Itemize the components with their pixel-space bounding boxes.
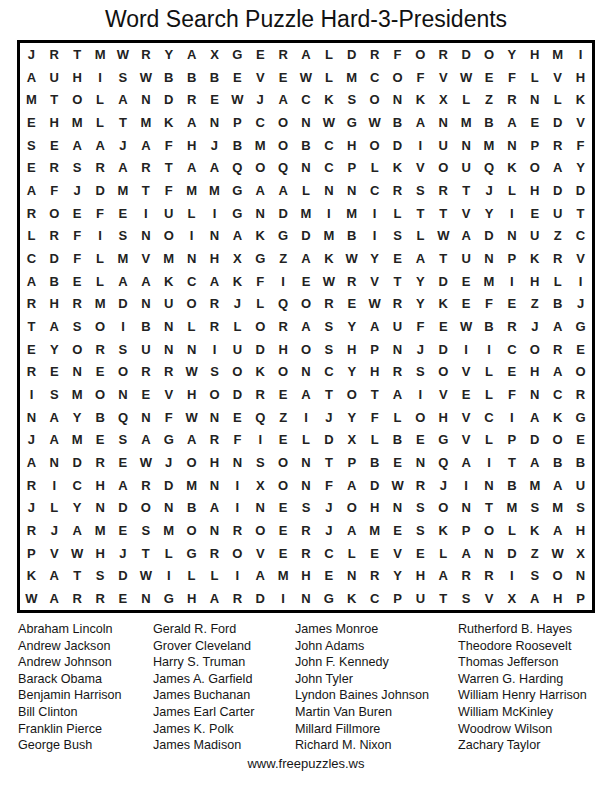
grid-cell-r10c1: C (20, 247, 43, 270)
grid-cell-r7c15: N (340, 179, 363, 202)
grid-cell-r21c22: M (500, 497, 523, 520)
grid-cell-r3c12: A (272, 88, 295, 111)
grid-cell-r14c21: I (478, 338, 501, 361)
grid-cell-r20c11: X (249, 474, 272, 497)
grid-cell-r2c8: B (180, 66, 203, 89)
grid-cell-r11c23: H (523, 270, 546, 293)
grid-cell-r15c25: O (569, 361, 592, 384)
grid-cell-r7c5: M (112, 179, 135, 202)
grid-cell-r3c8: R (180, 88, 203, 111)
word-list-item: John Adams (295, 638, 429, 655)
grid-cell-r1c9: X (203, 43, 226, 66)
grid-cell-r11c20: E (455, 270, 478, 293)
grid-cell-r6c24: A (546, 156, 569, 179)
grid-cell-r8c13: M (295, 202, 318, 225)
grid-cell-r15c16: H (363, 361, 386, 384)
grid-cell-r25c19: T (432, 587, 455, 610)
grid-cell-r20c13: N (295, 474, 318, 497)
grid-cell-r25c9: A (203, 587, 226, 610)
grid-cell-r7c6: T (134, 179, 157, 202)
grid-cell-r19c1: A (20, 451, 43, 474)
grid-cell-r13c18: F (409, 315, 432, 338)
grid-cell-r22c5: E (112, 519, 135, 542)
grid-cell-r7c22: L (500, 179, 523, 202)
word-list-item: James A. Garfield (153, 671, 254, 688)
grid-cell-r8c6: I (134, 202, 157, 225)
grid-cell-r1c7: Y (157, 43, 180, 66)
grid-cell-r20c12: O (272, 474, 295, 497)
grid-cell-r13c13: A (295, 315, 318, 338)
grid-cell-r8c12: D (272, 202, 295, 225)
grid-cell-r8c9: I (203, 202, 226, 225)
grid-cell-r10c14: K (317, 247, 340, 270)
grid-cell-r24c10: I (226, 565, 249, 588)
grid-cell-r5c23: P (523, 134, 546, 157)
grid-cell-r18c6: A (134, 429, 157, 452)
grid-cell-r7c2: F (43, 179, 66, 202)
grid-cell-r24c9: L (203, 565, 226, 588)
grid-cell-r1c19: R (432, 43, 455, 66)
grid-cell-r5c4: A (89, 134, 112, 157)
grid-cell-r5c12: O (272, 134, 295, 157)
grid-cell-r21c14: J (317, 497, 340, 520)
grid-cell-r4c21: B (478, 111, 501, 134)
grid-cell-r17c20: V (455, 406, 478, 429)
grid-cell-r25c21: V (478, 587, 501, 610)
grid-cell-r4c8: A (180, 111, 203, 134)
grid-cell-r15c7: R (157, 361, 180, 384)
grid-cell-r22c19: K (432, 519, 455, 542)
grid-cell-r14c1: E (20, 338, 43, 361)
grid-cell-r25c5: E (112, 587, 135, 610)
grid-cell-r4c12: O (272, 111, 295, 134)
grid-cell-r19c14: T (317, 451, 340, 474)
grid-cell-r1c17: F (386, 43, 409, 66)
grid-cell-r4c6: M (134, 111, 157, 134)
grid-cell-r18c11: I (249, 429, 272, 452)
grid-cell-r22c21: O (478, 519, 501, 542)
word-list-item: Harry S. Truman (153, 654, 254, 671)
grid-cell-r1c16: R (363, 43, 386, 66)
grid-cell-r20c23: M (523, 474, 546, 497)
grid-cell-r4c7: K (157, 111, 180, 134)
grid-cell-r8c7: U (157, 202, 180, 225)
grid-cell-r3c24: L (546, 88, 569, 111)
grid-cell-r25c22: X (500, 587, 523, 610)
grid-cell-r24c24: O (546, 565, 569, 588)
grid-cell-r14c25: E (569, 338, 592, 361)
grid-cell-r16c22: F (500, 383, 523, 406)
grid-cell-r7c25: D (569, 179, 592, 202)
grid-cell-r12c5: D (112, 292, 135, 315)
grid-cell-r22c20: P (455, 519, 478, 542)
grid-cell-r8c16: I (363, 202, 386, 225)
grid-cell-r8c1: R (20, 202, 43, 225)
word-list-item: Bill Clinton (18, 704, 122, 721)
grid-cell-r18c5: S (112, 429, 135, 452)
word-list-item: Rutherford B. Hayes (458, 621, 587, 638)
grid-cell-r21c15: O (340, 497, 363, 520)
word-list: Abraham LincolnAndrew JacksonAndrew John… (0, 621, 612, 756)
grid-cell-r6c1: E (20, 156, 43, 179)
grid-cell-r17c18: O (409, 406, 432, 429)
grid-cell-r12c19: K (432, 292, 455, 315)
grid-cell-r8c10: G (226, 202, 249, 225)
grid-cell-r16c14: T (317, 383, 340, 406)
grid-cell-r22c6: S (134, 519, 157, 542)
grid-cell-r5c13: B (295, 134, 318, 157)
grid-cell-r9c5: S (112, 224, 135, 247)
grid-cell-r23c14: C (317, 542, 340, 565)
grid-cell-r3c25: K (569, 88, 592, 111)
grid-cell-r2c14: L (317, 66, 340, 89)
grid-cell-r15c9: S (203, 361, 226, 384)
grid-cell-r2c13: W (295, 66, 318, 89)
word-list-item: James K. Polk (153, 721, 254, 738)
grid-cell-r3c18: K (409, 88, 432, 111)
grid-cell-r21c8: B (180, 497, 203, 520)
grid-cell-r24c14: E (317, 565, 340, 588)
grid-cell-r20c21: N (478, 474, 501, 497)
grid-cell-r11c22: I (500, 270, 523, 293)
grid-cell-r19c20: A (455, 451, 478, 474)
grid-cell-r22c14: J (317, 519, 340, 542)
grid-cell-r9c23: U (523, 224, 546, 247)
grid-cell-r1c6: R (134, 43, 157, 66)
grid-cell-r14c9: I (203, 338, 226, 361)
grid-cell-r10c9: H (203, 247, 226, 270)
puzzle-page: Word Search Puzzle Hard-3-Presidents JRT… (0, 0, 612, 792)
grid-cell-r24c21: R (478, 565, 501, 588)
grid-cell-r21c11: N (249, 497, 272, 520)
grid-cell-r19c23: A (523, 451, 546, 474)
grid-cell-r19c5: E (112, 451, 135, 474)
grid-cell-r19c25: B (569, 451, 592, 474)
grid-cell-r22c3: A (66, 519, 89, 542)
grid-cell-r22c23: K (523, 519, 546, 542)
grid-cell-r13c6: B (134, 315, 157, 338)
grid-cell-r16c19: V (432, 383, 455, 406)
grid-cell-r5c24: R (546, 134, 569, 157)
grid-cell-r7c1: A (20, 179, 43, 202)
grid-cell-r16c8: H (180, 383, 203, 406)
grid-cell-r7c20: T (455, 179, 478, 202)
grid-cell-r7c21: J (478, 179, 501, 202)
grid-cell-r24c1: K (20, 565, 43, 588)
grid-cell-r23c11: V (249, 542, 272, 565)
grid-cell-r7c10: G (226, 179, 249, 202)
grid-cell-r19c21: I (478, 451, 501, 474)
grid-cell-r2c25: H (569, 66, 592, 89)
grid-cell-r13c20: W (455, 315, 478, 338)
grid-cell-r3c14: K (317, 88, 340, 111)
grid-cell-r23c15: L (340, 542, 363, 565)
grid-cell-r5c21: M (478, 134, 501, 157)
grid-cell-r8c21: Y (478, 202, 501, 225)
grid-cell-r22c15: A (340, 519, 363, 542)
grid-cell-r1c11: E (249, 43, 272, 66)
grid-cell-r22c24: A (546, 519, 569, 542)
grid-cell-r17c12: Z (272, 406, 295, 429)
word-list-item: Gerald R. Ford (153, 621, 254, 638)
grid-cell-r11c9: A (203, 270, 226, 293)
grid-cell-r23c19: L (432, 542, 455, 565)
grid-cell-r19c9: H (203, 451, 226, 474)
grid-cell-r24c12: M (272, 565, 295, 588)
word-list-item: William McKinley (458, 704, 587, 721)
grid-cell-r16c5: N (112, 383, 135, 406)
grid-cell-r12c12: Q (272, 292, 295, 315)
grid-cell-r20c8: M (180, 474, 203, 497)
grid-cell-r18c24: O (546, 429, 569, 452)
grid-cell-r10c12: Z (272, 247, 295, 270)
grid-cell-r14c6: U (134, 338, 157, 361)
grid-cell-r2c21: E (478, 66, 501, 89)
grid-cell-r17c9: N (203, 406, 226, 429)
grid-cell-r14c12: H (272, 338, 295, 361)
grid-cell-r11c12: I (272, 270, 295, 293)
grid-cell-r10c8: N (180, 247, 203, 270)
grid-cell-r7c18: S (409, 179, 432, 202)
grid-cell-r25c18: U (409, 587, 432, 610)
grid-cell-r9c2: R (43, 224, 66, 247)
grid-cell-r19c11: S (249, 451, 272, 474)
grid-cell-r6c8: A (180, 156, 203, 179)
grid-cell-r15c5: O (112, 361, 135, 384)
grid-cell-r18c9: R (203, 429, 226, 452)
grid-cell-r4c19: N (432, 111, 455, 134)
grid-cell-r17c5: Q (112, 406, 135, 429)
grid-cell-r21c13: S (295, 497, 318, 520)
word-list-item: William Henry Harrison (458, 687, 587, 704)
grid-cell-r22c7: M (157, 519, 180, 542)
grid-cell-r20c19: J (432, 474, 455, 497)
grid-cell-r7c19: R (432, 179, 455, 202)
grid-cell-r9c11: K (249, 224, 272, 247)
grid-cell-r23c10: O (226, 542, 249, 565)
grid-cell-r16c18: I (409, 383, 432, 406)
grid-cell-r14c7: N (157, 338, 180, 361)
grid-cell-r3c20: L (455, 88, 478, 111)
grid-cell-r6c25: Y (569, 156, 592, 179)
grid-cell-r17c16: F (363, 406, 386, 429)
grid-cell-r5c20: N (455, 134, 478, 157)
grid-cell-r4c24: D (546, 111, 569, 134)
grid-cell-r19c19: Q (432, 451, 455, 474)
grid-cell-r17c11: Q (249, 406, 272, 429)
grid-cell-r18c23: D (523, 429, 546, 452)
grid-cell-r24c16: R (363, 565, 386, 588)
grid-cell-r14c10: U (226, 338, 249, 361)
grid-cell-r4c25: V (569, 111, 592, 134)
grid-cell-r12c23: Z (523, 292, 546, 315)
grid-cell-r1c1: J (20, 43, 43, 66)
word-list-item: Zachary Taylor (458, 737, 587, 754)
grid-cell-r21c24: M (546, 497, 569, 520)
grid-cell-r22c16: M (363, 519, 386, 542)
grid-cell-r18c20: V (455, 429, 478, 452)
grid-cell-r18c21: L (478, 429, 501, 452)
grid-cell-r14c2: Y (43, 338, 66, 361)
grid-cell-r15c18: S (409, 361, 432, 384)
grid-cell-r24c20: R (455, 565, 478, 588)
grid-cell-r16c1: I (20, 383, 43, 406)
grid-cell-r3c21: Z (478, 88, 501, 111)
grid-cell-r8c17: L (386, 202, 409, 225)
grid-cell-r11c5: A (112, 270, 135, 293)
grid-cell-r18c19: G (432, 429, 455, 452)
grid-cell-r25c17: P (386, 587, 409, 610)
grid-cell-r10c16: Y (363, 247, 386, 270)
grid-cell-r1c13: A (295, 43, 318, 66)
grid-cell-r8c8: L (180, 202, 203, 225)
word-list-column-1: Abraham LincolnAndrew JacksonAndrew John… (18, 621, 122, 754)
grid-cell-r21c16: H (363, 497, 386, 520)
grid-cell-r19c8: O (180, 451, 203, 474)
grid-cell-r8c11: N (249, 202, 272, 225)
grid-cell-r16c12: E (272, 383, 295, 406)
grid-cell-r16c9: O (203, 383, 226, 406)
grid-cell-r18c16: L (363, 429, 386, 452)
word-list-item: James Buchanan (153, 687, 254, 704)
grid-cell-r19c4: R (89, 451, 112, 474)
grid-cell-r6c10: Q (226, 156, 249, 179)
grid-cell-r19c3: D (66, 451, 89, 474)
grid-cell-r5c2: E (43, 134, 66, 157)
grid-cell-r8c15: M (340, 202, 363, 225)
grid-cell-r4c17: B (386, 111, 409, 134)
grid-cell-r21c25: S (569, 497, 592, 520)
grid-cell-r6c6: R (134, 156, 157, 179)
grid-cell-r7c12: A (272, 179, 295, 202)
grid-cell-r7c24: D (546, 179, 569, 202)
grid-cell-r12c20: E (455, 292, 478, 315)
grid-cell-r9c24: Z (546, 224, 569, 247)
grid-cell-r20c18: R (409, 474, 432, 497)
grid-cell-r18c2: A (43, 429, 66, 452)
grid-cell-r17c8: W (180, 406, 203, 429)
grid-cell-r9c15: B (340, 224, 363, 247)
grid-cell-r12c21: F (478, 292, 501, 315)
grid-cell-r5c1: S (20, 134, 43, 157)
grid-cell-r13c12: R (272, 315, 295, 338)
grid-cell-r9c6: N (134, 224, 157, 247)
grid-cell-r24c17: Y (386, 565, 409, 588)
grid-cell-r18c17: B (386, 429, 409, 452)
grid-cell-r19c24: B (546, 451, 569, 474)
grid-cell-r9c19: W (432, 224, 455, 247)
word-list-item: Benjamin Harrison (18, 687, 122, 704)
grid-cell-r5c25: F (569, 134, 592, 157)
grid-cell-r19c13: N (295, 451, 318, 474)
grid-cell-r10c18: A (409, 247, 432, 270)
grid-cell-r22c18: S (409, 519, 432, 542)
grid-cell-r17c2: A (43, 406, 66, 429)
grid-cell-r12c25: J (569, 292, 592, 315)
grid-cell-r7c13: L (295, 179, 318, 202)
grid-cell-r2c17: O (386, 66, 409, 89)
grid-cell-r14c13: O (295, 338, 318, 361)
grid-cell-r15c15: Y (340, 361, 363, 384)
grid-cell-r12c10: J (226, 292, 249, 315)
grid-cell-r2c10: E (226, 66, 249, 89)
grid-cell-r9c13: D (295, 224, 318, 247)
grid-cell-r2c4: I (89, 66, 112, 89)
grid-cell-r8c20: V (455, 202, 478, 225)
grid-cell-r15c8: W (180, 361, 203, 384)
grid-cell-r25c6: N (134, 587, 157, 610)
word-list-item: Theodore Roosevelt (458, 638, 587, 655)
grid-cell-r6c9: A (203, 156, 226, 179)
word-list-item: Franklin Pierce (18, 721, 122, 738)
grid-cell-r6c12: Q (272, 156, 295, 179)
grid-cell-r2c20: W (455, 66, 478, 89)
grid-cell-r2c6: W (134, 66, 157, 89)
word-list-item: Martin Van Buren (295, 704, 429, 721)
grid-cell-r24c23: S (523, 565, 546, 588)
grid-cell-r17c22: I (500, 406, 523, 429)
grid-cell-r17c19: H (432, 406, 455, 429)
grid-cell-r18c18: E (409, 429, 432, 452)
grid-cell-r3c10: W (226, 88, 249, 111)
grid-cell-r9c21: D (478, 224, 501, 247)
grid-cell-r9c1: L (20, 224, 43, 247)
grid-cell-r25c25: P (569, 587, 592, 610)
grid-cell-r9c25: C (569, 224, 592, 247)
grid-cell-r3c1: M (20, 88, 43, 111)
grid-cell-r24c25: N (569, 565, 592, 588)
grid-cell-r5c7: F (157, 134, 180, 157)
grid-cell-r16c4: O (89, 383, 112, 406)
grid-cell-r10c2: D (43, 247, 66, 270)
grid-cell-r3c9: E (203, 88, 226, 111)
grid-cell-r20c1: R (20, 474, 43, 497)
grid-cell-r18c12: E (272, 429, 295, 452)
grid-cell-r4c13: N (295, 111, 318, 134)
grid-cell-r6c3: S (66, 156, 89, 179)
grid-cell-r25c16: C (363, 587, 386, 610)
grid-cell-r9c9: N (203, 224, 226, 247)
grid-cell-r2c23: L (523, 66, 546, 89)
grid-cell-r4c1: E (20, 111, 43, 134)
grid-cell-r3c15: S (340, 88, 363, 111)
grid-cell-r15c10: O (226, 361, 249, 384)
grid-cell-r20c7: D (157, 474, 180, 497)
grid-cell-r14c16: P (363, 338, 386, 361)
grid-cell-r21c21: T (478, 497, 501, 520)
grid-cell-r24c11: A (249, 565, 272, 588)
grid-cell-r22c2: J (43, 519, 66, 542)
grid-cell-r17c21: C (478, 406, 501, 429)
grid-cell-r22c22: L (500, 519, 523, 542)
grid-cell-r21c17: N (386, 497, 409, 520)
grid-cell-r21c7: N (157, 497, 180, 520)
grid-cell-r15c14: C (317, 361, 340, 384)
grid-cell-r23c25: X (569, 542, 592, 565)
grid-cell-r22c4: M (89, 519, 112, 542)
word-search-grid: JRTMWRYAXGERALDRFORDOYHMIAUHISWBBBEVEWLM… (17, 40, 595, 613)
grid-cell-r16c13: A (295, 383, 318, 406)
grid-cell-r4c5: T (112, 111, 135, 134)
grid-cell-r8c3: E (66, 202, 89, 225)
grid-cell-r16c15: O (340, 383, 363, 406)
grid-cell-r13c4: O (89, 315, 112, 338)
grid-cell-r16c24: C (546, 383, 569, 406)
footer-url: www.freepuzzles.ws (0, 756, 612, 771)
grid-cell-r17c1: N (20, 406, 43, 429)
grid-cell-r9c22: N (500, 224, 523, 247)
grid-cell-r12c3: R (66, 292, 89, 315)
